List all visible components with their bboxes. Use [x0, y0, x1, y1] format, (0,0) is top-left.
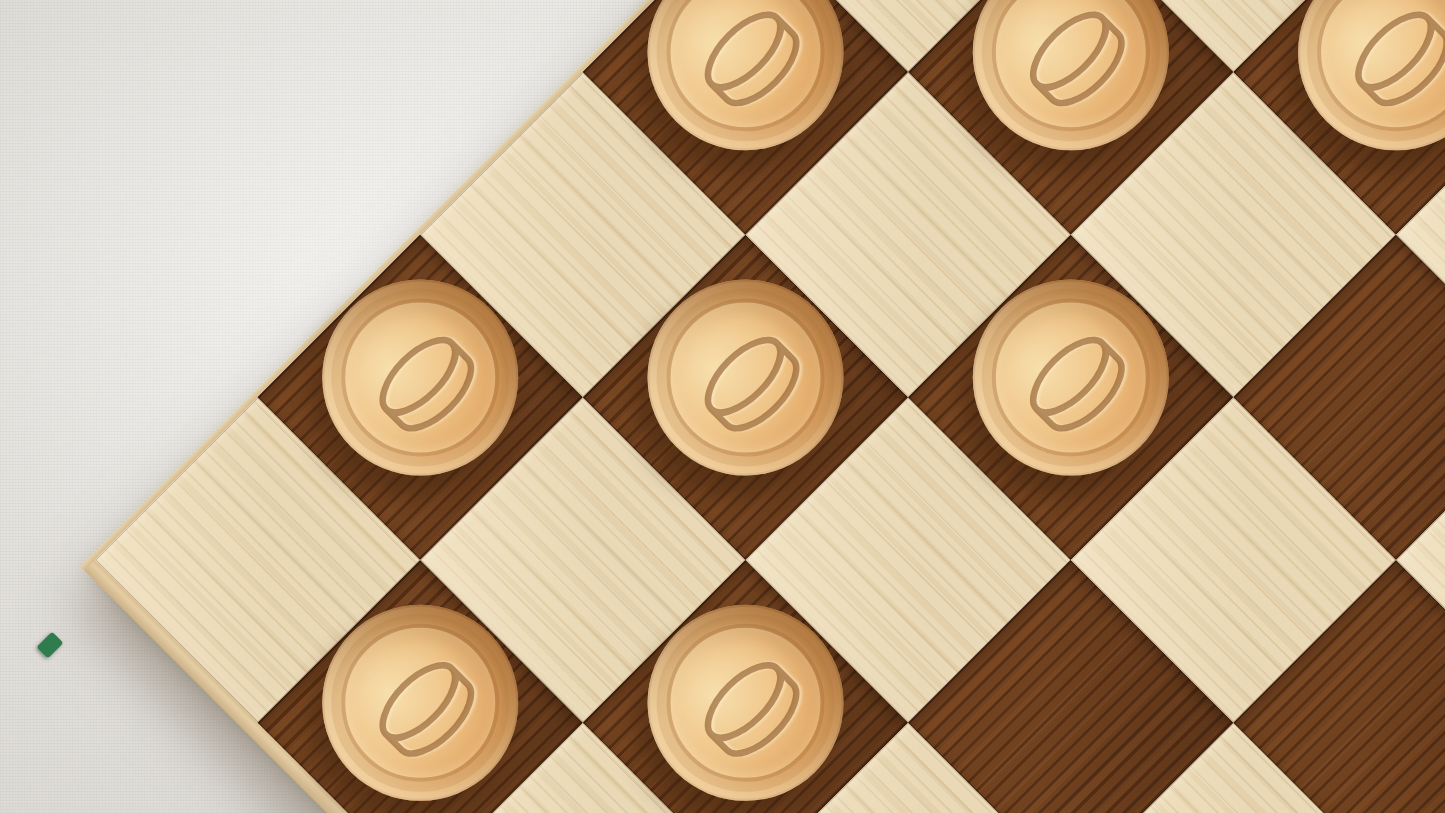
- checker-glyph: ⛀: [660, 292, 832, 464]
- checker-glyph: ⛀: [985, 0, 1157, 138]
- photo-stage: ⛀⛀⛀⛀⛀⛀⛀⛀⛀⛀⛀⛀: [0, 0, 1445, 813]
- checker-glyph: ⛀: [334, 617, 506, 789]
- checker-glyph: ⛀: [660, 0, 832, 138]
- checker-glyph: ⛀: [1310, 0, 1445, 138]
- checker-glyph: ⛀: [985, 292, 1157, 464]
- checker-glyph: ⛀: [334, 292, 506, 464]
- checker-glyph: ⛀: [660, 617, 832, 789]
